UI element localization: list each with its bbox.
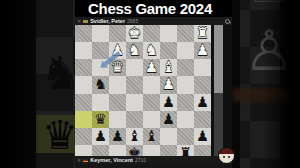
square-c7[interactable]: ♟ <box>109 128 126 145</box>
square-d1[interactable]: ♚ <box>126 25 143 42</box>
square-d6[interactable] <box>126 111 143 128</box>
scrollbar-thumb[interactable] <box>214 25 223 93</box>
square-h4[interactable] <box>194 76 211 93</box>
square-e7[interactable]: ♝ <box>143 128 160 145</box>
chess-board[interactable]: ♚♜♟♞♞♟♛♟♝♞♟♟♟♛♟♟♟♝♝♟♚♜ <box>75 25 211 162</box>
white-R-piece[interactable]: ♜ <box>194 25 211 42</box>
square-c3[interactable]: ♛ <box>109 59 126 76</box>
close-icon[interactable]: ✕ <box>77 17 81 25</box>
square-h6[interactable] <box>194 111 211 128</box>
top-player-flag-icon <box>83 20 88 23</box>
square-b4[interactable]: ♞ <box>92 76 109 93</box>
square-d4[interactable] <box>126 76 143 93</box>
white-K-piece[interactable]: ♚ <box>126 25 143 42</box>
black-P-piece[interactable]: ♟ <box>194 94 211 111</box>
square-d3[interactable] <box>126 59 143 76</box>
square-a2[interactable] <box>75 42 92 59</box>
square-b5[interactable] <box>92 94 109 111</box>
square-f6[interactable]: ♟ <box>160 111 177 128</box>
black-P-piece[interactable]: ♟ <box>160 111 177 128</box>
square-h5[interactable]: ♟ <box>194 94 211 111</box>
white-P-piece[interactable]: ♟ <box>109 42 126 59</box>
square-h1[interactable]: ♜ <box>194 25 211 42</box>
square-a5[interactable] <box>75 94 92 111</box>
square-e6[interactable] <box>143 111 160 128</box>
black-B-piece[interactable]: ♝ <box>143 128 160 145</box>
magnifier-icon[interactable] <box>225 19 230 24</box>
square-a6[interactable] <box>75 111 92 128</box>
top-player-name: Svidler, Peter <box>90 17 125 25</box>
square-f5[interactable]: ♟ <box>160 94 177 111</box>
background-knight-icon: ♞ <box>40 46 75 100</box>
square-f2[interactable] <box>160 42 177 59</box>
avatar <box>218 147 235 164</box>
background-fade <box>262 0 300 168</box>
avatar-eyes <box>223 156 225 158</box>
white-Q-piece[interactable]: ♛ <box>109 59 126 76</box>
top-player-rating: 2685 <box>127 17 138 25</box>
white-N-piece[interactable]: ♞ <box>126 42 143 59</box>
black-P-piece[interactable]: ♟ <box>160 94 177 111</box>
square-g4[interactable] <box>177 76 194 93</box>
black-Q-piece[interactable]: ♛ <box>92 111 109 128</box>
square-b3[interactable] <box>92 59 109 76</box>
square-b2[interactable] <box>92 42 109 59</box>
top-player-bar: ✕ Svidler, Peter 2685 <box>75 17 232 25</box>
square-a3[interactable] <box>75 59 92 76</box>
white-P-piece[interactable]: ♟ <box>143 59 160 76</box>
square-d5[interactable] <box>126 94 143 111</box>
square-f7[interactable] <box>160 128 177 145</box>
square-f1[interactable] <box>160 25 177 42</box>
square-a7[interactable] <box>75 128 92 145</box>
square-f4[interactable]: ♟ <box>160 76 177 93</box>
square-e3[interactable]: ♟ <box>143 59 160 76</box>
white-N-piece[interactable]: ♞ <box>143 42 160 59</box>
chess-app-window: ✕ Svidler, Peter 2685 ♚♜♟♞♞♟♛♟♝♞♟♟♟♛♟♟♟♝… <box>75 17 232 168</box>
square-d7[interactable]: ♝ <box>126 128 143 145</box>
square-g7[interactable] <box>177 128 194 145</box>
square-h3[interactable] <box>194 59 211 76</box>
bottom-player-bar: ✕ Keymer, Vincent 2710 ✎ ≡ <box>75 156 232 164</box>
square-e5[interactable] <box>143 94 160 111</box>
square-g1[interactable] <box>177 25 194 42</box>
bottom-player-name: Keymer, Vincent <box>90 156 133 164</box>
square-a4[interactable] <box>75 76 92 93</box>
black-N-piece[interactable]: ♞ <box>92 76 109 93</box>
square-b1[interactable] <box>92 25 109 42</box>
black-P-piece[interactable]: ♟ <box>194 128 211 145</box>
square-b6[interactable]: ♛ <box>92 111 109 128</box>
square-g2[interactable] <box>177 42 194 59</box>
background-fade <box>0 0 40 168</box>
screenshot-stage: ♞ ♛ ♖ ♙ ✕ Svidler, Peter 2685 ♚♜♟♞♞♟♛♟♝♞… <box>0 0 300 168</box>
bottom-player-rating: 2710 <box>135 156 146 164</box>
background-left-strip: ♞ ♛ <box>0 0 75 168</box>
square-h7[interactable]: ♟ <box>194 128 211 145</box>
white-P-piece[interactable]: ♟ <box>194 42 211 59</box>
bottom-player-flag-icon <box>83 159 88 162</box>
black-P-piece[interactable]: ♟ <box>92 128 109 145</box>
black-B-piece[interactable]: ♝ <box>126 128 143 145</box>
square-f3[interactable]: ♝ <box>160 59 177 76</box>
square-c6[interactable] <box>109 111 126 128</box>
square-g3[interactable] <box>177 59 194 76</box>
square-h2[interactable]: ♟ <box>194 42 211 59</box>
background-queen-icon: ♛ <box>42 112 75 158</box>
black-P-piece[interactable]: ♟ <box>109 128 126 145</box>
white-B-piece[interactable]: ♝ <box>160 59 177 76</box>
square-g5[interactable] <box>177 94 194 111</box>
square-b7[interactable]: ♟ <box>92 128 109 145</box>
page-title: Chess Game 2024 <box>0 0 300 17</box>
background-right-strip: ♖ ♙ <box>232 0 300 168</box>
square-c2[interactable]: ♟ <box>109 42 126 59</box>
square-e1[interactable] <box>143 25 160 42</box>
square-e2[interactable]: ♞ <box>143 42 160 59</box>
white-P-piece[interactable]: ♟ <box>160 76 177 93</box>
square-c5[interactable] <box>109 94 126 111</box>
square-a1[interactable] <box>75 25 92 42</box>
square-d2[interactable]: ♞ <box>126 42 143 59</box>
square-g6[interactable] <box>177 111 194 128</box>
close-icon[interactable]: ✕ <box>77 156 81 164</box>
square-c1[interactable] <box>109 25 126 42</box>
square-e4[interactable] <box>143 76 160 93</box>
square-c4[interactable] <box>109 76 126 93</box>
